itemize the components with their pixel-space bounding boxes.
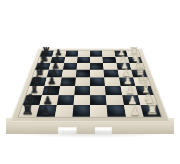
light-square <box>104 77 120 85</box>
dark-square: ♛ <box>131 70 147 78</box>
white-pawn-glyph: ♟ <box>125 85 134 95</box>
dark-square <box>104 70 119 78</box>
black-pawn-glyph: ♟ <box>52 61 60 70</box>
light-square: ♟ <box>45 77 62 85</box>
white-bishop: ♝ <box>138 80 154 95</box>
dark-square <box>65 51 78 57</box>
light-square: ♟ <box>49 63 64 70</box>
black-pawn-glyph: ♟ <box>46 85 55 95</box>
black-pawn-glyph: ♟ <box>48 76 57 86</box>
dark-square <box>74 86 90 95</box>
light-square <box>106 95 124 105</box>
dark-square: ♟ <box>47 70 63 78</box>
dark-square <box>105 86 122 95</box>
dark-square <box>90 51 103 57</box>
black-bishop: ♝ <box>26 80 42 95</box>
dark-square <box>90 95 107 105</box>
white-pawn-glyph: ♟ <box>120 61 128 70</box>
white-pawn-glyph: ♟ <box>129 105 139 117</box>
white-pawn-glyph: ♟ <box>123 76 132 86</box>
light-square <box>103 63 117 70</box>
dark-square <box>56 95 74 105</box>
black-pawn-glyph: ♟ <box>50 68 58 77</box>
light-square <box>73 95 90 105</box>
black-pawn: ♟ <box>42 80 58 95</box>
board-grid: ♜♟♟♜♞♟♟♞♝♟♟♝♛♟♟♛♚♟♟♚♝♟♟♝♞♟♟♞♜♟♟♜ <box>19 51 161 117</box>
dark-square <box>76 70 90 78</box>
dark-square <box>72 105 90 117</box>
board-frame: ♜♟♟♜♞♟♟♞♝♟♟♝♛♟♟♛♚♟♟♚♝♟♟♝♞♟♟♞♜♟♟♜ <box>10 49 170 122</box>
light-square <box>75 77 90 85</box>
light-square <box>90 86 106 95</box>
light-square: ♟ <box>40 95 59 105</box>
light-square <box>54 105 73 117</box>
white-pawn-glyph: ♟ <box>118 48 125 56</box>
dark-square <box>60 77 76 85</box>
black-rook: ♜ <box>40 45 53 57</box>
white-rook-glyph: ♜ <box>129 46 138 56</box>
light-square: ♚ <box>133 77 150 85</box>
black-pawn-glyph: ♟ <box>55 48 62 56</box>
dark-square: ♟ <box>42 86 60 95</box>
black-pawn-glyph: ♟ <box>43 94 53 105</box>
light-square: ♟ <box>52 51 66 57</box>
black-pawn: ♟ <box>52 45 65 57</box>
dark-square: ♜ <box>140 105 161 117</box>
dark-square <box>90 77 105 85</box>
dark-square <box>90 63 104 70</box>
chess-board: ♜♟♟♜♞♟♟♞♝♟♟♝♛♟♟♛♚♟♟♚♝♟♟♝♞♟♟♞♜♟♟♜ <box>10 49 170 122</box>
light-square <box>102 51 115 57</box>
dark-square <box>63 63 77 70</box>
dark-square: ♜ <box>40 51 54 57</box>
white-pawn-glyph: ♟ <box>122 68 130 77</box>
light-square: ♞ <box>138 95 157 105</box>
light-square <box>61 70 76 78</box>
dark-square: ♟ <box>37 105 57 117</box>
chess-set-photo: ♜♟♟♜♞♟♟♞♝♟♟♝♛♟♟♛♚♟♟♚♝♟♟♝♞♟♟♞♜♟♟♜ <box>0 0 180 164</box>
light-square <box>76 63 90 70</box>
white-pawn-glyph: ♟ <box>127 94 137 105</box>
white-rook: ♜ <box>128 45 141 57</box>
light-square <box>90 105 108 117</box>
light-square <box>90 70 104 78</box>
dark-square: ♝ <box>135 86 153 95</box>
black-pawn-glyph: ♟ <box>40 105 50 117</box>
light-square <box>58 86 75 95</box>
dark-square <box>107 105 126 117</box>
white-rook-glyph: ♜ <box>146 102 159 117</box>
black-rook-glyph: ♜ <box>42 46 51 56</box>
light-square <box>77 51 90 57</box>
black-rook-glyph: ♜ <box>21 102 34 117</box>
light-square: ♜ <box>126 51 140 57</box>
light-square: ♝ <box>129 63 144 70</box>
